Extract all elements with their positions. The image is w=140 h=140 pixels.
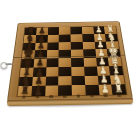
square-f8: ♝ [23, 43, 36, 51]
square-b3 [84, 75, 98, 85]
square-d2: ♟ [96, 57, 109, 66]
square-d8: ♛ [21, 59, 34, 68]
board-frame: ♜♟♟♜♞♟♟♞♝♟♟♝♚♟♟♚♛♟♟♛♝♟♟♝♞♟♟♞♜♟♟♜ [16, 26, 127, 97]
black-pawn-piece: ♟ [33, 66, 46, 77]
square-b5 [58, 76, 71, 86]
square-c5 [59, 67, 72, 76]
black-rook-piece: ♜ [24, 26, 36, 36]
square-d3 [83, 58, 96, 67]
square-d1: ♛ [108, 57, 122, 66]
square-f6 [47, 42, 59, 50]
black-pawn-piece: ♟ [33, 57, 46, 67]
chess-board-scene: ♜♟♟♜♞♟♟♞♝♟♟♝♚♟♟♚♛♟♟♛♝♟♟♝♞♟♟♞♜♟♟♜ [7, 21, 133, 101]
square-c2: ♟ [96, 66, 110, 75]
white-rook-piece: ♜ [104, 24, 117, 34]
product-photo-background: ♜♟♟♜♞♟♟♞♝♟♟♝♚♟♟♚♛♟♟♛♝♟♟♝♞♟♟♞♜♟♟♜ [0, 0, 140, 140]
board-grid: ♜♟♟♜♞♟♟♞♝♟♟♝♚♟♟♚♛♟♟♛♝♟♟♝♞♟♟♞♜♟♟♜ [18, 26, 127, 96]
square-b2: ♟ [97, 75, 111, 85]
square-f4 [71, 42, 83, 50]
chess-board: ♜♟♟♜♞♟♟♞♝♟♟♝♚♟♟♚♛♟♟♛♝♟♟♝♞♟♟♞♜♟♟♜ [7, 21, 133, 101]
square-b4 [71, 76, 84, 86]
square-f7: ♟ [35, 42, 47, 50]
square-d5 [59, 58, 72, 67]
square-d6 [46, 58, 59, 67]
square-c1: ♝ [109, 66, 123, 75]
square-d7: ♟ [33, 59, 46, 68]
square-c8: ♝ [20, 67, 34, 76]
black-pawn-piece: ♟ [32, 75, 46, 86]
chess-set-photo: ♜♟♟♜♞♟♟♞♝♟♟♝♚♟♟♚♛♟♟♛♝♟♟♝♞♟♟♞♜♟♟♜ [0, 0, 140, 140]
square-f5 [59, 42, 71, 50]
square-c4 [71, 67, 84, 76]
square-f1: ♝ [106, 41, 119, 49]
square-c6 [46, 67, 59, 76]
black-pawn-piece: ♟ [35, 41, 47, 51]
square-b7: ♟ [32, 76, 46, 86]
square-b6 [45, 76, 58, 86]
metal-clasp-icon [0, 60, 12, 69]
square-f2: ♟ [94, 41, 107, 49]
square-b8: ♞ [19, 77, 33, 87]
square-c3 [84, 66, 97, 75]
square-d4 [71, 58, 84, 67]
square-f3 [82, 41, 94, 49]
square-c7: ♟ [33, 67, 46, 76]
square-b1: ♞ [110, 75, 124, 85]
